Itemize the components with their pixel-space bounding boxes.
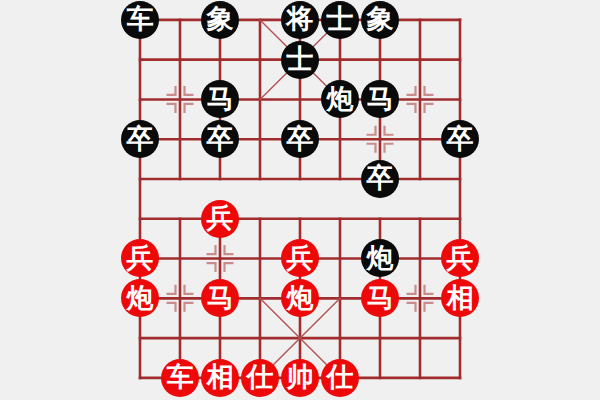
piece-black-soldier[interactable]: 卒 bbox=[201, 120, 239, 158]
piece-red-elephant[interactable]: 相 bbox=[201, 359, 239, 397]
piece-red-advisor[interactable]: 仕 bbox=[321, 359, 359, 397]
piece-black-general[interactable]: 将 bbox=[281, 1, 319, 39]
piece-black-soldier[interactable]: 卒 bbox=[441, 120, 479, 158]
piece-black-advisor[interactable]: 士 bbox=[281, 41, 319, 79]
piece-black-cannon[interactable]: 炮 bbox=[321, 80, 359, 118]
piece-black-cannon[interactable]: 炮 bbox=[361, 239, 399, 277]
piece-black-advisor[interactable]: 士 bbox=[321, 1, 359, 39]
piece-black-chariot[interactable]: 车 bbox=[121, 1, 159, 39]
xiangqi-board: 车象将士象士马炮马卒卒卒卒卒兵兵兵炮兵炮马炮马相车相仕帅仕 bbox=[0, 0, 600, 400]
piece-black-soldier[interactable]: 卒 bbox=[121, 120, 159, 158]
piece-black-soldier[interactable]: 卒 bbox=[361, 160, 399, 198]
piece-red-soldier[interactable]: 兵 bbox=[121, 239, 159, 277]
piece-red-elephant[interactable]: 相 bbox=[441, 279, 479, 317]
piece-black-elephant[interactable]: 象 bbox=[361, 1, 399, 39]
piece-red-chariot[interactable]: 车 bbox=[161, 359, 199, 397]
piece-red-soldier[interactable]: 兵 bbox=[441, 239, 479, 277]
piece-black-horse[interactable]: 马 bbox=[361, 80, 399, 118]
piece-red-horse[interactable]: 马 bbox=[201, 279, 239, 317]
piece-red-soldier[interactable]: 兵 bbox=[281, 239, 319, 277]
piece-red-soldier[interactable]: 兵 bbox=[201, 200, 239, 238]
piece-red-cannon[interactable]: 炮 bbox=[281, 279, 319, 317]
piece-red-advisor[interactable]: 仕 bbox=[241, 359, 279, 397]
pieces-layer: 车象将士象士马炮马卒卒卒卒卒兵兵兵炮兵炮马炮马相车相仕帅仕 bbox=[120, 0, 480, 398]
piece-black-soldier[interactable]: 卒 bbox=[281, 120, 319, 158]
piece-red-cannon[interactable]: 炮 bbox=[121, 279, 159, 317]
piece-red-general[interactable]: 帅 bbox=[281, 359, 319, 397]
piece-black-horse[interactable]: 马 bbox=[201, 80, 239, 118]
piece-red-horse[interactable]: 马 bbox=[361, 279, 399, 317]
piece-black-elephant[interactable]: 象 bbox=[201, 1, 239, 39]
